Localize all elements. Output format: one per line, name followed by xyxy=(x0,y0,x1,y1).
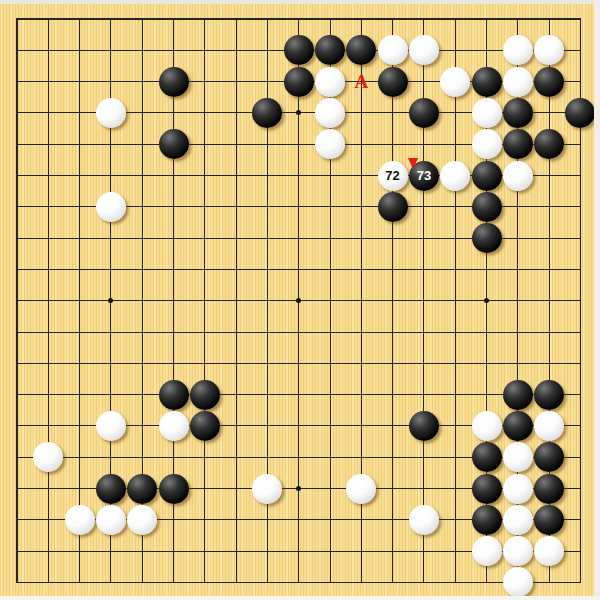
white-stone xyxy=(159,411,189,441)
white-stone xyxy=(315,98,345,128)
white-stone xyxy=(503,442,533,472)
white-stone xyxy=(409,505,439,535)
white-stone xyxy=(96,411,126,441)
white-stone xyxy=(472,98,502,128)
black-stone xyxy=(96,474,126,504)
white-stone xyxy=(315,129,345,159)
white-stone xyxy=(346,474,376,504)
black-stone xyxy=(127,474,157,504)
black-stone xyxy=(190,380,220,410)
black-stone xyxy=(378,192,408,222)
black-stone xyxy=(159,474,189,504)
white-stone xyxy=(127,505,157,535)
black-stone xyxy=(190,411,220,441)
black-stone xyxy=(472,474,502,504)
white-stone xyxy=(472,129,502,159)
white-stone xyxy=(503,67,533,97)
white-stone xyxy=(440,161,470,191)
black-stone xyxy=(503,411,533,441)
black-stone xyxy=(159,129,189,159)
white-stone xyxy=(503,161,533,191)
white-stone xyxy=(503,567,533,597)
black-stone xyxy=(159,380,189,410)
white-stone xyxy=(315,67,345,97)
white-stone xyxy=(503,474,533,504)
black-stone xyxy=(565,98,595,128)
white-stone xyxy=(96,192,126,222)
black-stone xyxy=(409,411,439,441)
black-stone xyxy=(472,505,502,535)
go-board[interactable]: 7273A xyxy=(0,4,594,596)
go-app-window: 7273A xyxy=(0,0,600,600)
black-stone xyxy=(503,380,533,410)
black-stone xyxy=(284,35,314,65)
last-move-marker-icon xyxy=(408,158,418,169)
black-stone xyxy=(378,67,408,97)
white-stone xyxy=(534,411,564,441)
white-stone xyxy=(96,98,126,128)
white-stone xyxy=(252,474,282,504)
black-stone xyxy=(534,67,564,97)
white-stone xyxy=(503,505,533,535)
black-stone xyxy=(503,98,533,128)
white-stone xyxy=(96,505,126,535)
black-stone xyxy=(472,161,502,191)
black-stone xyxy=(472,223,502,253)
black-stone xyxy=(159,67,189,97)
white-stone xyxy=(503,536,533,566)
white-stone xyxy=(472,411,502,441)
white-stone xyxy=(378,35,408,65)
white-stone xyxy=(409,35,439,65)
move-number-label: 72 xyxy=(378,161,408,191)
annotation-letter: A xyxy=(346,67,376,97)
window-edge-bottom xyxy=(0,596,600,600)
black-stone xyxy=(534,474,564,504)
black-stone xyxy=(534,380,564,410)
white-stone xyxy=(472,536,502,566)
black-stone xyxy=(472,442,502,472)
black-stone xyxy=(409,98,439,128)
white-stone xyxy=(65,505,95,535)
white-stone xyxy=(440,67,470,97)
black-stone xyxy=(503,129,533,159)
white-stone xyxy=(503,35,533,65)
black-stone xyxy=(284,67,314,97)
black-stone xyxy=(472,67,502,97)
black-stone xyxy=(472,192,502,222)
window-edge-right xyxy=(594,0,600,600)
white-stone xyxy=(534,536,564,566)
black-stone xyxy=(534,505,564,535)
